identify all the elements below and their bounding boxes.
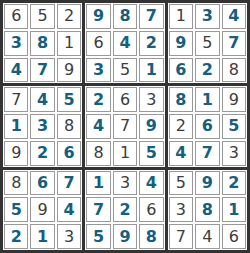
cell-r5c7[interactable]: 2 (169, 114, 193, 139)
box-3-3: 592381746 (168, 170, 247, 250)
cell-r4c9[interactable]: 9 (222, 87, 246, 112)
cell-r6c6[interactable]: 5 (139, 141, 163, 166)
cell-r8c7[interactable]: 3 (169, 197, 193, 222)
cell-r9c1[interactable]: 2 (4, 224, 28, 249)
cell-r9c6[interactable]: 8 (139, 224, 163, 249)
cell-r2c6[interactable]: 2 (139, 31, 163, 56)
cell-r7c7[interactable]: 5 (169, 171, 193, 196)
cell-r3c3[interactable]: 9 (57, 58, 81, 83)
cell-r9c4[interactable]: 5 (86, 224, 110, 249)
cell-r3c7[interactable]: 6 (169, 58, 193, 83)
cell-r3c6[interactable]: 1 (139, 58, 163, 83)
cell-r6c7[interactable]: 4 (169, 141, 193, 166)
cell-r7c3[interactable]: 7 (57, 171, 81, 196)
cell-r1c7[interactable]: 1 (169, 4, 193, 29)
cell-r2c7[interactable]: 9 (169, 31, 193, 56)
cell-r4c1[interactable]: 7 (4, 87, 28, 112)
box-1-1: 652381479 (3, 3, 82, 83)
cell-r6c3[interactable]: 6 (57, 141, 81, 166)
box-2-2: 263479815 (85, 86, 164, 166)
cell-r9c5[interactable]: 9 (113, 224, 137, 249)
cell-r1c5[interactable]: 8 (113, 4, 137, 29)
cell-r1c4[interactable]: 9 (86, 4, 110, 29)
sudoku-board: 6523814799876423511349576287451389262634… (0, 0, 250, 253)
cell-r2c1[interactable]: 3 (4, 31, 28, 56)
cell-r4c2[interactable]: 4 (30, 87, 54, 112)
cell-r5c4[interactable]: 4 (86, 114, 110, 139)
cell-r5c2[interactable]: 3 (30, 114, 54, 139)
cell-r3c2[interactable]: 7 (30, 58, 54, 83)
cell-r9c7[interactable]: 7 (169, 224, 193, 249)
cell-r9c2[interactable]: 1 (30, 224, 54, 249)
cell-r7c1[interactable]: 8 (4, 171, 28, 196)
cell-r7c5[interactable]: 3 (113, 171, 137, 196)
cell-r5c3[interactable]: 8 (57, 114, 81, 139)
box-1-3: 134957628 (168, 3, 247, 83)
cell-r8c3[interactable]: 4 (57, 197, 81, 222)
box-3-1: 867594213 (3, 170, 82, 250)
cell-r4c7[interactable]: 8 (169, 87, 193, 112)
cell-r1c1[interactable]: 6 (4, 4, 28, 29)
cell-r2c9[interactable]: 7 (222, 31, 246, 56)
cell-r8c1[interactable]: 5 (4, 197, 28, 222)
cell-r8c2[interactable]: 9 (30, 197, 54, 222)
cell-r5c6[interactable]: 9 (139, 114, 163, 139)
cell-r5c8[interactable]: 6 (195, 114, 219, 139)
cell-r5c5[interactable]: 7 (113, 114, 137, 139)
cell-r9c9[interactable]: 6 (222, 224, 246, 249)
cell-r5c1[interactable]: 1 (4, 114, 28, 139)
cell-r4c8[interactable]: 1 (195, 87, 219, 112)
cell-r2c5[interactable]: 4 (113, 31, 137, 56)
cell-r6c2[interactable]: 2 (30, 141, 54, 166)
cell-r6c8[interactable]: 7 (195, 141, 219, 166)
cell-r2c8[interactable]: 5 (195, 31, 219, 56)
cell-r7c4[interactable]: 1 (86, 171, 110, 196)
cell-r3c8[interactable]: 2 (195, 58, 219, 83)
box-3-2: 134726598 (85, 170, 164, 250)
cell-r6c9[interactable]: 3 (222, 141, 246, 166)
cell-r1c3[interactable]: 2 (57, 4, 81, 29)
cell-r8c5[interactable]: 2 (113, 197, 137, 222)
cell-r2c3[interactable]: 1 (57, 31, 81, 56)
cell-r1c9[interactable]: 4 (222, 4, 246, 29)
cell-r7c6[interactable]: 4 (139, 171, 163, 196)
cell-r1c2[interactable]: 5 (30, 4, 54, 29)
cell-r7c2[interactable]: 6 (30, 171, 54, 196)
cell-r3c4[interactable]: 3 (86, 58, 110, 83)
cell-r9c3[interactable]: 3 (57, 224, 81, 249)
cell-r8c8[interactable]: 8 (195, 197, 219, 222)
cell-r4c4[interactable]: 2 (86, 87, 110, 112)
cell-r3c1[interactable]: 4 (4, 58, 28, 83)
cell-r5c9[interactable]: 5 (222, 114, 246, 139)
cell-r6c5[interactable]: 1 (113, 141, 137, 166)
cell-r4c3[interactable]: 5 (57, 87, 81, 112)
cell-r3c9[interactable]: 8 (222, 58, 246, 83)
cell-r4c5[interactable]: 6 (113, 87, 137, 112)
cell-r3c5[interactable]: 5 (113, 58, 137, 83)
cell-r1c8[interactable]: 3 (195, 4, 219, 29)
box-1-2: 987642351 (85, 3, 164, 83)
cell-r9c8[interactable]: 4 (195, 224, 219, 249)
cell-r6c4[interactable]: 8 (86, 141, 110, 166)
cell-r2c4[interactable]: 6 (86, 31, 110, 56)
cell-r8c6[interactable]: 6 (139, 197, 163, 222)
cell-r2c2[interactable]: 8 (30, 31, 54, 56)
cell-r1c6[interactable]: 7 (139, 4, 163, 29)
cell-r6c1[interactable]: 9 (4, 141, 28, 166)
cell-r8c4[interactable]: 7 (86, 197, 110, 222)
cell-r4c6[interactable]: 3 (139, 87, 163, 112)
box-2-3: 819265473 (168, 86, 247, 166)
cell-r7c9[interactable]: 2 (222, 171, 246, 196)
box-2-1: 745138926 (3, 86, 82, 166)
cell-r7c8[interactable]: 9 (195, 171, 219, 196)
cell-r8c9[interactable]: 1 (222, 197, 246, 222)
